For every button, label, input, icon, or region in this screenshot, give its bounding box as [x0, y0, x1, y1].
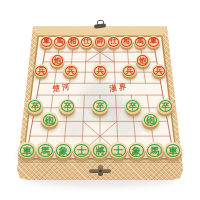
piece-character: 車 [148, 37, 159, 47]
piece-character: 帥 [95, 37, 106, 47]
lid-latch-icon [92, 20, 108, 29]
piece-red-elephant: 相 [67, 36, 80, 48]
piece-character: 馬 [38, 144, 53, 157]
piece-red-horse: 馬 [134, 36, 147, 48]
piece-character: 士 [74, 144, 89, 157]
piece-character: 車 [41, 37, 52, 47]
piece-character: 車 [166, 144, 181, 157]
piece-character: 馬 [147, 144, 162, 157]
piece-red-soldier: 兵 [122, 64, 136, 77]
piece-character: 砲 [144, 114, 158, 126]
piece-character: 象 [56, 144, 71, 157]
front-edge-ridge [19, 162, 181, 164]
piece-character: 卒 [28, 100, 41, 112]
piece-character: 兵 [35, 66, 47, 77]
piece-character: 兵 [153, 66, 165, 77]
piece-green-soldier: 卒 [125, 99, 141, 113]
product-photo: 楚河 漢界 車馬相仕帥仕相馬車炮炮兵兵兵兵兵卒卒卒卒卒砲砲車馬象士將士象馬車 [0, 0, 200, 200]
piece-green-cannon: 砲 [41, 112, 58, 127]
latch-bar-icon [94, 23, 106, 28]
piece-character: 將 [93, 144, 108, 157]
piece-green-soldier: 卒 [92, 99, 108, 113]
piece-character: 卒 [126, 100, 139, 112]
piece-character: 兵 [123, 66, 135, 77]
piece-character: 炮 [137, 55, 148, 65]
piece-red-advisor: 仕 [107, 36, 120, 48]
piece-character: 卒 [159, 100, 172, 112]
piece-character: 砲 [43, 114, 57, 126]
piece-character: 馬 [135, 37, 146, 47]
piece-character: 仕 [108, 37, 119, 47]
piece-character: 兵 [94, 66, 106, 77]
piece-green-soldier: 卒 [157, 99, 173, 113]
piece-character: 車 [20, 144, 35, 157]
piece-red-cannon: 炮 [136, 54, 150, 67]
piece-character: 兵 [65, 66, 77, 77]
piece-character: 馬 [54, 37, 65, 47]
clasp-knob-icon [99, 170, 102, 173]
front-clasp-icon [89, 165, 111, 177]
piece-red-advisor: 仕 [80, 36, 93, 48]
piece-green-soldier: 卒 [27, 99, 43, 113]
piece-red-chariot: 車 [147, 36, 160, 48]
piece-red-chariot: 車 [40, 36, 53, 48]
piece-red-elephant: 相 [120, 36, 133, 48]
piece-red-general: 帥 [93, 36, 106, 48]
piece-character: 卒 [93, 100, 106, 112]
piece-character: 相 [121, 37, 132, 47]
piece-character: 象 [129, 144, 144, 157]
piece-character: 炮 [52, 55, 63, 65]
piece-character: 仕 [81, 37, 92, 47]
piece-character: 士 [111, 144, 126, 157]
piece-character: 卒 [61, 100, 74, 112]
piece-character: 相 [68, 37, 79, 47]
piece-green-soldier: 卒 [59, 99, 75, 113]
